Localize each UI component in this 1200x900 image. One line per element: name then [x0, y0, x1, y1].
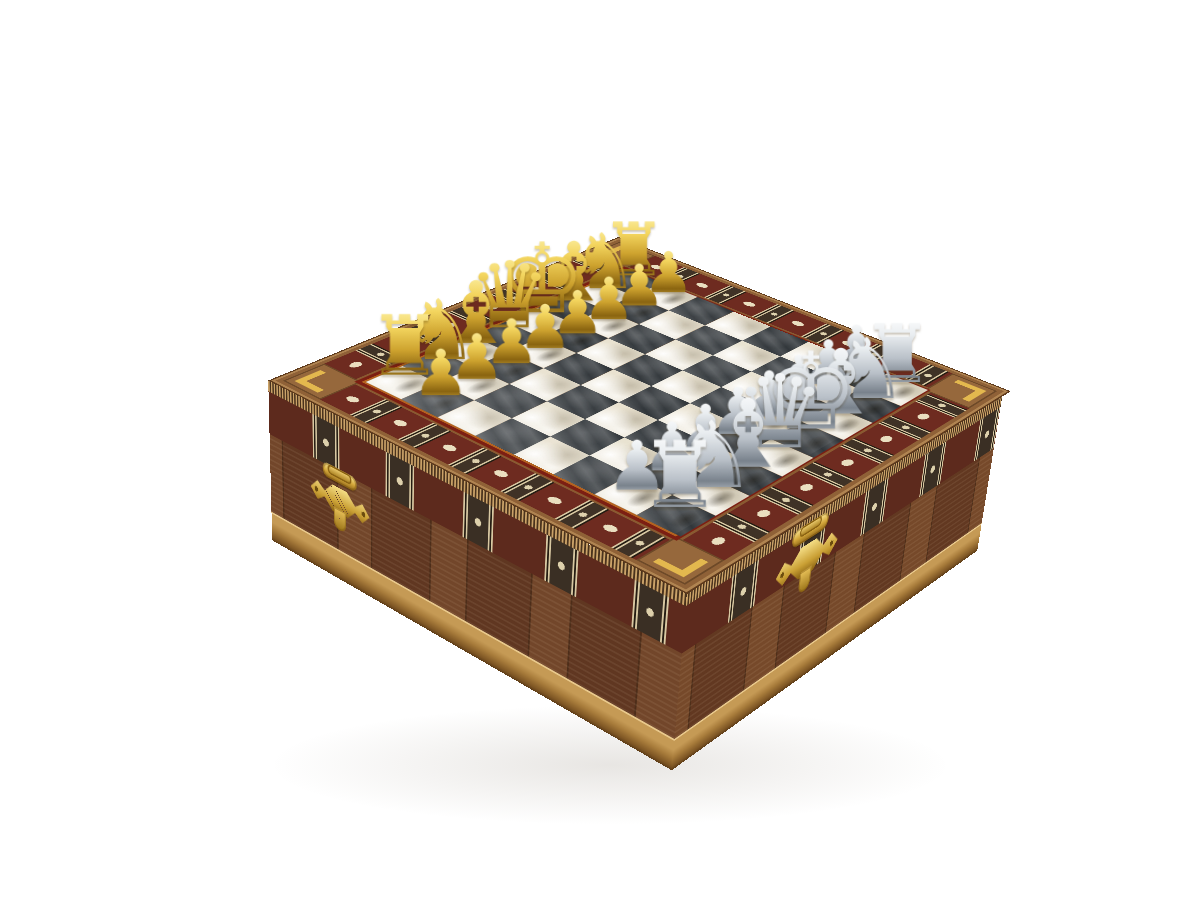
square-e5 — [613, 354, 682, 386]
scene: ♜♞♝♛♚♝♞♜♟♟♟♟♟♟♟♟♟♟♟♟♟♟♟♟♜♞♝♛♚♝♞♜ — [0, 0, 1200, 900]
chess-box: ♜♞♝♛♚♝♞♜♟♟♟♟♟♟♟♟♟♟♟♟♟♟♟♟♜♞♝♛♚♝♞♜ — [268, 237, 1011, 594]
pawn-glyph: ♟ — [379, 342, 502, 406]
product-photo: ♜♞♝♛♚♝♞♜♟♟♟♟♟♟♟♟♟♟♟♟♟♟♟♟♜♞♝♛♚♝♞♜ — [0, 0, 1200, 900]
rook-glyph: ♜ — [612, 429, 747, 521]
